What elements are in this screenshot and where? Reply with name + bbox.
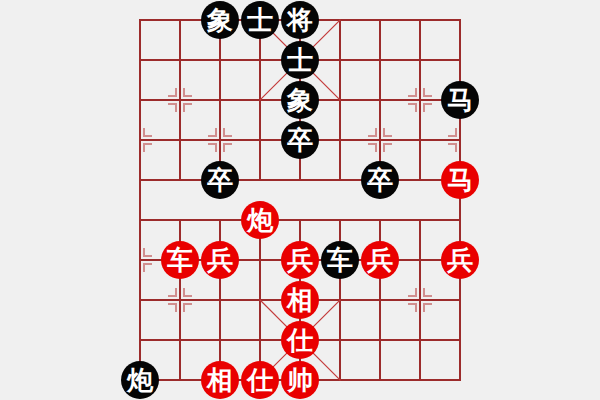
red-soldier[interactable]: 兵 xyxy=(360,240,400,280)
red-soldier-glyph: 兵 xyxy=(281,241,319,279)
red-general-glyph: 帅 xyxy=(281,361,319,399)
red-elephant-glyph: 相 xyxy=(281,281,319,319)
red-chariot-glyph: 车 xyxy=(161,241,199,279)
black-horse-glyph: 马 xyxy=(441,81,479,119)
black-soldier[interactable]: 卒 xyxy=(200,160,240,200)
red-elephant[interactable]: 相 xyxy=(200,360,240,400)
red-general[interactable]: 帅 xyxy=(280,360,320,400)
xiangqi-screenshot: 象士将士象马卒卒卒马炮车兵兵车兵兵相仕炮相仕帅 xyxy=(0,0,600,400)
black-soldier-glyph: 卒 xyxy=(281,121,319,159)
red-soldier-glyph: 兵 xyxy=(201,241,239,279)
black-elephant[interactable]: 象 xyxy=(280,80,320,120)
red-soldier[interactable]: 兵 xyxy=(280,240,320,280)
black-soldier-glyph: 卒 xyxy=(361,161,399,199)
black-elephant-glyph: 象 xyxy=(281,81,319,119)
red-cannon[interactable]: 炮 xyxy=(240,200,280,240)
red-horse[interactable]: 马 xyxy=(440,160,480,200)
black-cannon[interactable]: 炮 xyxy=(120,360,160,400)
black-soldier[interactable]: 卒 xyxy=(280,120,320,160)
red-advisor-glyph: 仕 xyxy=(281,321,319,359)
board[interactable]: 象士将士象马卒卒卒马炮车兵兵车兵兵相仕炮相仕帅 xyxy=(120,0,480,400)
black-soldier-glyph: 卒 xyxy=(201,161,239,199)
black-advisor-glyph: 士 xyxy=(241,1,279,39)
red-soldier-glyph: 兵 xyxy=(361,241,399,279)
black-cannon-glyph: 炮 xyxy=(121,361,159,399)
red-soldier[interactable]: 兵 xyxy=(200,240,240,280)
black-general-glyph: 将 xyxy=(281,1,319,39)
black-chariot-glyph: 车 xyxy=(321,241,359,279)
red-soldier-glyph: 兵 xyxy=(441,241,479,279)
black-soldier[interactable]: 卒 xyxy=(360,160,400,200)
red-elephant[interactable]: 相 xyxy=(280,280,320,320)
red-advisor[interactable]: 仕 xyxy=(280,320,320,360)
red-chariot[interactable]: 车 xyxy=(160,240,200,280)
red-cannon-glyph: 炮 xyxy=(241,201,279,239)
black-elephant-glyph: 象 xyxy=(201,1,239,39)
black-advisor[interactable]: 士 xyxy=(240,0,280,40)
black-horse[interactable]: 马 xyxy=(440,80,480,120)
black-chariot[interactable]: 车 xyxy=(320,240,360,280)
red-horse-glyph: 马 xyxy=(441,161,479,199)
red-advisor[interactable]: 仕 xyxy=(240,360,280,400)
black-elephant[interactable]: 象 xyxy=(200,0,240,40)
black-general[interactable]: 将 xyxy=(280,0,320,40)
black-advisor[interactable]: 士 xyxy=(280,40,320,80)
red-elephant-glyph: 相 xyxy=(201,361,239,399)
black-advisor-glyph: 士 xyxy=(281,41,319,79)
red-soldier[interactable]: 兵 xyxy=(440,240,480,280)
red-advisor-glyph: 仕 xyxy=(241,361,279,399)
